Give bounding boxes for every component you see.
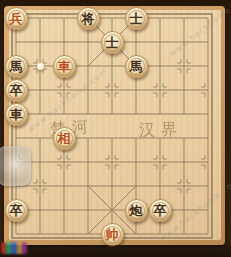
piece-black-cannon-f2[interactable]: 炮 <box>125 199 148 222</box>
piece-glyph: 馬 <box>130 55 143 78</box>
piece-glyph: 士 <box>106 31 119 54</box>
piece-glyph: 車 <box>10 103 23 126</box>
piece-glyph: 卒 <box>10 79 23 102</box>
piece-glyph: 将 <box>82 7 95 30</box>
piece-black-advisor-e9[interactable]: 士 <box>101 31 124 54</box>
site-logo-watermark <box>1 242 27 254</box>
piece-black-chariot-a5[interactable]: 車 <box>5 103 28 126</box>
piece-glyph: 帅 <box>106 223 119 246</box>
floating-widget-button[interactable] <box>0 146 31 186</box>
piece-black-soldier-a6[interactable]: 卒 <box>5 79 28 102</box>
piece-black-horse-a7[interactable]: 馬 <box>5 55 28 78</box>
piece-red-general-e1[interactable]: 帅 <box>101 223 124 246</box>
piece-glyph: 卒 <box>154 199 167 222</box>
piece-red-elephant-c5[interactable]: 相 <box>53 127 76 150</box>
piece-glyph: 車 <box>58 55 71 78</box>
game-screen: 楚河 汉界 www.hackhome.com www.hackhome.com … <box>0 0 231 257</box>
piece-glyph: 卒 <box>10 199 23 222</box>
piece-red-soldier-a10[interactable]: 兵 <box>5 7 28 30</box>
piece-black-horse-f7[interactable]: 馬 <box>125 55 148 78</box>
piece-black-soldier-a2[interactable]: 卒 <box>5 199 28 222</box>
last-move-dot <box>37 63 44 70</box>
piece-glyph: 馬 <box>10 55 23 78</box>
piece-glyph: 相 <box>58 127 71 150</box>
piece-black-advisor-f10[interactable]: 士 <box>125 7 148 30</box>
piece-glyph: 士 <box>130 7 143 30</box>
piece-glyph: 兵 <box>10 7 23 30</box>
piece-red-chariot-c7[interactable]: 車 <box>53 55 76 78</box>
piece-black-soldier-g2[interactable]: 卒 <box>149 199 172 222</box>
piece-black-general[interactable]: 将 <box>77 7 100 30</box>
piece-glyph: 炮 <box>130 199 143 222</box>
river-label-hanjie: 汉界 <box>139 120 183 141</box>
